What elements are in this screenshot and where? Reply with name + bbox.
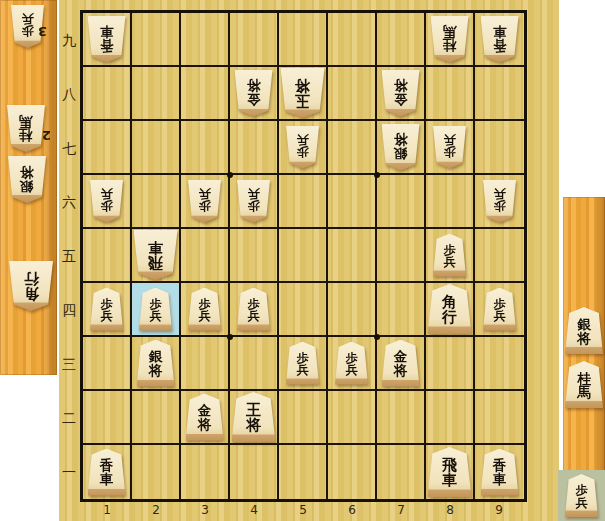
board-square-4六[interactable]: 歩兵 xyxy=(230,175,279,229)
board-square-2四[interactable]: 歩兵 xyxy=(132,283,181,337)
board-square-7七[interactable]: 銀将 xyxy=(377,121,426,175)
rank-label-二: 二 xyxy=(59,410,79,428)
shogi-piece-角行-upright[interactable]: 角行 xyxy=(428,284,472,334)
board-square-4七[interactable] xyxy=(230,121,279,175)
board-square-8三[interactable] xyxy=(426,337,475,391)
board-square-6五[interactable] xyxy=(328,229,377,283)
board-square-9八[interactable] xyxy=(475,67,524,121)
hand-slot-right-桂馬[interactable]: 桂馬 xyxy=(565,361,603,408)
board-square-3九[interactable] xyxy=(181,13,230,67)
shogi-piece-歩兵-rotated[interactable]: 歩兵 xyxy=(433,126,466,169)
board-square-9六[interactable]: 歩兵 xyxy=(475,175,524,229)
board-square-5三[interactable]: 歩兵 xyxy=(279,337,328,391)
shogi-piece-歩兵-rotated[interactable]: 歩兵 xyxy=(90,180,123,223)
file-label-9: 9 xyxy=(489,503,509,517)
shogi-piece-銀将-upright[interactable]: 銀将 xyxy=(137,340,175,387)
board-square-3五[interactable] xyxy=(181,229,230,283)
shogi-piece-歩兵-rotated[interactable]: 歩兵 xyxy=(237,180,270,223)
board-square-6六[interactable] xyxy=(328,175,377,229)
board-square-1二[interactable] xyxy=(83,391,132,445)
rank-label-四: 四 xyxy=(59,302,79,320)
board-square-5四[interactable] xyxy=(279,283,328,337)
hand-slot-left-銀将[interactable]: 銀将 xyxy=(8,156,46,203)
board-square-2二[interactable] xyxy=(132,391,181,445)
board-square-5二[interactable] xyxy=(279,391,328,445)
shogi-piece-香車-upright[interactable]: 香車 xyxy=(481,449,519,496)
shogi-piece-歩兵-upright[interactable]: 歩兵 xyxy=(433,234,466,277)
board-square-7五[interactable] xyxy=(377,229,426,283)
board-square-6三[interactable]: 歩兵 xyxy=(328,337,377,391)
board-square-9三[interactable] xyxy=(475,337,524,391)
rank-label-八: 八 xyxy=(59,86,79,104)
shogi-piece-角行-rotated[interactable]: 角行 xyxy=(9,261,53,311)
shogi-piece-香車-rotated[interactable]: 香車 xyxy=(88,16,126,63)
shogi-piece-桂馬-upright[interactable]: 桂馬 xyxy=(565,361,603,408)
file-label-7: 7 xyxy=(391,503,411,517)
board-square-6一[interactable] xyxy=(328,445,377,499)
rank-label-一: 一 xyxy=(59,464,79,482)
board-square-4一[interactable] xyxy=(230,445,279,499)
shogi-piece-歩兵-upright[interactable]: 歩兵 xyxy=(90,288,123,331)
shogi-piece-歩兵-rotated[interactable]: 歩兵 xyxy=(483,180,516,223)
board-square-7二[interactable] xyxy=(377,391,426,445)
file-label-1: 1 xyxy=(97,503,117,517)
board-square-2八[interactable] xyxy=(132,67,181,121)
board-square-5七[interactable]: 歩兵 xyxy=(279,121,328,175)
shogi-piece-銀将-rotated[interactable]: 銀将 xyxy=(382,124,420,171)
board-square-8九[interactable]: 桂馬 xyxy=(426,13,475,67)
star-point xyxy=(374,172,380,178)
board-square-3四[interactable]: 歩兵 xyxy=(181,283,230,337)
board-square-2五[interactable]: 飛車 xyxy=(132,229,181,283)
shogi-piece-歩兵-upright[interactable]: 歩兵 xyxy=(286,342,319,385)
star-point xyxy=(374,334,380,340)
shogi-piece-歩兵-rotated[interactable]: 歩兵 xyxy=(286,126,319,169)
board-square-8七[interactable]: 歩兵 xyxy=(426,121,475,175)
shogi-piece-歩兵-upright[interactable]: 歩兵 xyxy=(483,288,516,331)
board-square-1三[interactable] xyxy=(83,337,132,391)
board-square-3一[interactable] xyxy=(181,445,230,499)
file-label-4: 4 xyxy=(244,503,264,517)
hand-slot-left-角行[interactable]: 角行 xyxy=(9,261,53,311)
board-square-7八[interactable]: 金将 xyxy=(377,67,426,121)
rank-label-七: 七 xyxy=(59,140,79,158)
board-square-5八[interactable]: 玉将 xyxy=(279,67,328,121)
shogi-app: 歩兵3桂馬2銀将角行 九八七六五四三二一 香車桂馬香車金将玉将金将歩兵銀将歩兵歩… xyxy=(0,0,605,521)
board-square-6四[interactable] xyxy=(328,283,377,337)
shogi-piece-歩兵-upright[interactable]: 歩兵 xyxy=(237,288,270,331)
board-square-1七[interactable] xyxy=(83,121,132,175)
hand-slot-right-銀将[interactable]: 銀将 xyxy=(565,307,603,354)
file-label-3: 3 xyxy=(195,503,215,517)
rank-label-三: 三 xyxy=(59,356,79,374)
shogi-piece-香車-rotated[interactable]: 香車 xyxy=(481,16,519,63)
shogi-piece-歩兵-upright[interactable]: 歩兵 xyxy=(335,342,368,385)
shogi-piece-歩兵-upright[interactable]: 歩兵 xyxy=(188,288,221,331)
selected-hand-highlight[interactable]: 歩兵 xyxy=(558,470,605,521)
board-square-5一[interactable] xyxy=(279,445,328,499)
board-square-7九[interactable] xyxy=(377,13,426,67)
shogi-piece-香車-upright[interactable]: 香車 xyxy=(88,449,126,496)
board-square-6九[interactable] xyxy=(328,13,377,67)
hand-count-歩兵: 3 xyxy=(38,24,47,39)
shogi-piece-銀将-rotated[interactable]: 銀将 xyxy=(8,156,46,203)
board-square-9七[interactable] xyxy=(475,121,524,175)
file-label-5: 5 xyxy=(293,503,313,517)
board-square-5五[interactable] xyxy=(279,229,328,283)
board-square-1八[interactable] xyxy=(83,67,132,121)
board-square-8一[interactable]: 飛車 xyxy=(426,445,475,499)
shogi-piece-金将-rotated[interactable]: 金将 xyxy=(382,70,420,117)
board-square-8四[interactable]: 角行 xyxy=(426,283,475,337)
file-label-6: 6 xyxy=(342,503,362,517)
board-square-2七[interactable] xyxy=(132,121,181,175)
shogi-piece-金将-rotated[interactable]: 金将 xyxy=(235,70,273,117)
rank-label-九: 九 xyxy=(59,32,79,50)
shogi-piece-桂馬-rotated[interactable]: 桂馬 xyxy=(7,105,45,152)
shogi-piece-銀将-upright[interactable]: 銀将 xyxy=(565,307,603,354)
board-square-3七[interactable] xyxy=(181,121,230,175)
shogi-piece-歩兵-rotated[interactable]: 歩兵 xyxy=(188,180,221,223)
board-square-4八[interactable]: 金将 xyxy=(230,67,279,121)
board-square-9二[interactable] xyxy=(475,391,524,445)
shogi-piece-金将-upright[interactable]: 金将 xyxy=(382,340,420,387)
board-square-9五[interactable] xyxy=(475,229,524,283)
board-square-1六[interactable]: 歩兵 xyxy=(83,175,132,229)
board-grid: 香車桂馬香車金将玉将金将歩兵銀将歩兵歩兵歩兵歩兵歩兵飛車歩兵歩兵歩兵歩兵歩兵角行… xyxy=(80,10,527,502)
board-square-5六[interactable] xyxy=(279,175,328,229)
board-square-9四[interactable]: 歩兵 xyxy=(475,283,524,337)
board-square-3二[interactable]: 金将 xyxy=(181,391,230,445)
file-label-8: 8 xyxy=(440,503,460,517)
board-square-3三[interactable] xyxy=(181,337,230,391)
board-square-8五[interactable]: 歩兵 xyxy=(426,229,475,283)
board-square-8八[interactable] xyxy=(426,67,475,121)
board-square-1一[interactable]: 香車 xyxy=(83,445,132,499)
board-square-5九[interactable] xyxy=(279,13,328,67)
board-square-2三[interactable]: 銀将 xyxy=(132,337,181,391)
shogi-piece-飛車-upright[interactable]: 飛車 xyxy=(428,447,472,497)
shogi-piece-玉将-rotated[interactable]: 玉将 xyxy=(281,68,325,118)
board-square-6七[interactable] xyxy=(328,121,377,175)
board-square-7一[interactable] xyxy=(377,445,426,499)
rank-label-六: 六 xyxy=(59,194,79,212)
file-label-2: 2 xyxy=(146,503,166,517)
board-square-3八[interactable] xyxy=(181,67,230,121)
board-square-4五[interactable] xyxy=(230,229,279,283)
shogi-piece-王将-upright[interactable]: 王将 xyxy=(232,392,276,442)
board-square-6八[interactable] xyxy=(328,67,377,121)
board-square-8六[interactable] xyxy=(426,175,475,229)
rank-label-五: 五 xyxy=(59,248,79,266)
board-square-7三[interactable]: 金将 xyxy=(377,337,426,391)
board-panel: 九八七六五四三二一 香車桂馬香車金将玉将金将歩兵銀将歩兵歩兵歩兵歩兵歩兵飛車歩兵… xyxy=(59,0,559,521)
board-square-4四[interactable]: 歩兵 xyxy=(230,283,279,337)
shogi-piece-歩兵-upright[interactable]: 歩兵 xyxy=(139,288,172,331)
board-square-6二[interactable] xyxy=(328,391,377,445)
left-captured-stand: 歩兵3桂馬2銀将角行 xyxy=(0,0,57,375)
board-square-1四[interactable]: 歩兵 xyxy=(83,283,132,337)
star-point xyxy=(227,172,233,178)
board-square-3六[interactable]: 歩兵 xyxy=(181,175,230,229)
star-point xyxy=(227,334,233,340)
board-square-8二[interactable] xyxy=(426,391,475,445)
board-square-4九[interactable] xyxy=(230,13,279,67)
board-square-2九[interactable] xyxy=(132,13,181,67)
hand-slot-left-桂馬[interactable]: 桂馬 xyxy=(7,105,45,152)
shogi-piece-歩兵-upright[interactable]: 歩兵 xyxy=(565,474,598,517)
board-square-7六[interactable] xyxy=(377,175,426,229)
board-square-1五[interactable] xyxy=(83,229,132,283)
shogi-piece-金将-upright[interactable]: 金将 xyxy=(186,394,224,441)
board-square-7四[interactable] xyxy=(377,283,426,337)
board-square-1九[interactable]: 香車 xyxy=(83,13,132,67)
board-square-9九[interactable]: 香車 xyxy=(475,13,524,67)
board-square-2六[interactable] xyxy=(132,175,181,229)
board-square-4二[interactable]: 王将 xyxy=(230,391,279,445)
board-square-4三[interactable] xyxy=(230,337,279,391)
shogi-piece-桂馬-rotated[interactable]: 桂馬 xyxy=(431,16,469,63)
hand-count-桂馬: 2 xyxy=(42,128,51,143)
board-square-2一[interactable] xyxy=(132,445,181,499)
shogi-piece-飛車-rotated[interactable]: 飛車 xyxy=(134,230,178,280)
board-square-9一[interactable]: 香車 xyxy=(475,445,524,499)
